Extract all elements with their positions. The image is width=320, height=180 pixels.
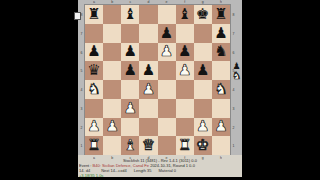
coord-label: 3 xyxy=(80,103,84,112)
square-b1[interactable] xyxy=(103,136,121,155)
square-c3[interactable]: ♟ xyxy=(121,99,139,118)
piece-white-pawn: ♟ xyxy=(214,119,227,134)
coord-label: h xyxy=(212,0,230,4)
square-c1[interactable]: ♝ xyxy=(121,136,139,155)
square-e5[interactable] xyxy=(158,61,176,80)
square-a1[interactable]: ♜ xyxy=(85,136,103,155)
coord-label: 8 xyxy=(232,10,236,19)
square-d3[interactable] xyxy=(139,99,157,118)
opening-name: B40: Sicilian Defence, Canal Fe xyxy=(93,163,149,168)
piece-black-pawn: ♟ xyxy=(142,63,155,78)
piece-white-rook: ♜ xyxy=(178,138,191,153)
piece-black-pawn: ♟ xyxy=(124,44,137,59)
length-value: 35 xyxy=(147,168,151,173)
square-b7[interactable] xyxy=(103,24,121,43)
square-g6[interactable] xyxy=(194,43,212,62)
piece-black-pawn: ♟ xyxy=(214,26,227,41)
square-b8[interactable] xyxy=(103,5,121,24)
square-c4[interactable] xyxy=(121,80,139,99)
event-details: 2024-10-31, Round 1 0-0 xyxy=(149,163,195,168)
piece-white-pawn: ♟ xyxy=(160,44,173,59)
square-f3[interactable] xyxy=(176,99,194,118)
square-f1[interactable]: ♜ xyxy=(176,136,194,155)
length-label: Length xyxy=(134,168,146,173)
square-g4[interactable] xyxy=(194,80,212,99)
square-g3[interactable] xyxy=(194,99,212,118)
move-line: 14. d4Next 14...cxd4Length 35Material 0 xyxy=(79,168,242,173)
coord-label: b xyxy=(103,0,121,4)
square-g7[interactable] xyxy=(194,24,212,43)
square-e6[interactable]: ♟ xyxy=(158,43,176,62)
square-g5[interactable]: ♟ xyxy=(194,61,212,80)
square-c7[interactable] xyxy=(121,24,139,43)
piece-black-queen: ♛ xyxy=(87,63,100,78)
piece-white-rook: ♜ xyxy=(87,138,100,153)
square-c5[interactable]: ♟ xyxy=(121,61,139,80)
info-panel: abcdefgh Stockfish 11 (3481) - Rev 1.4.1… xyxy=(78,155,242,177)
square-h4[interactable]: ♞ xyxy=(212,80,230,99)
piece-white-pawn: ♟ xyxy=(178,63,191,78)
square-f7[interactable] xyxy=(176,24,194,43)
piece-white-queen: ♛ xyxy=(142,138,155,153)
coord-label: 5 xyxy=(80,66,84,75)
piece-black-pawn: ♟ xyxy=(196,63,209,78)
piece-black-pawn: ♟ xyxy=(124,63,137,78)
square-f5[interactable]: ♟ xyxy=(176,61,194,80)
coord-label: 1 xyxy=(80,141,84,150)
piece-black-bishop: ♝ xyxy=(178,7,191,22)
event-line: Event : B40: Sicilian Defence, Canal Fe … xyxy=(79,163,242,168)
coord-label: f xyxy=(176,0,194,4)
next-label: Next xyxy=(101,168,109,173)
coord-label: g xyxy=(194,0,212,4)
square-h6[interactable]: ♞ xyxy=(212,43,230,62)
square-d5[interactable]: ♟ xyxy=(139,61,157,80)
square-d8[interactable] xyxy=(139,5,157,24)
coord-label: 1 xyxy=(232,141,236,150)
square-f4[interactable] xyxy=(176,80,194,99)
file-labels-top: abcdefgh xyxy=(85,0,230,4)
coord-label: 6 xyxy=(80,47,84,56)
piece-black-rook: ♜ xyxy=(87,7,100,22)
piece-white-pawn: ♟ xyxy=(124,101,137,116)
piece-white-bishop: ♝ xyxy=(124,138,137,153)
coord-label: 7 xyxy=(232,28,236,37)
piece-white-pawn: ♟ xyxy=(196,119,209,134)
square-b2[interactable]: ♟ xyxy=(103,118,121,137)
piece-black-pawn: ♟ xyxy=(178,44,191,59)
coord-label: 2 xyxy=(80,122,84,131)
captured-white-knight-icon: ♞ xyxy=(232,71,241,81)
square-e8[interactable] xyxy=(158,5,176,24)
square-a3[interactable] xyxy=(85,99,103,118)
coord-label: 3 xyxy=(232,103,236,112)
square-h2[interactable]: ♟ xyxy=(212,118,230,137)
piece-black-king: ♚ xyxy=(196,7,209,22)
square-e2[interactable] xyxy=(158,118,176,137)
square-d7[interactable] xyxy=(139,24,157,43)
square-b4[interactable] xyxy=(103,80,121,99)
coord-label: d xyxy=(139,0,157,4)
piece-white-pawn: ♟ xyxy=(105,119,118,134)
square-b6[interactable] xyxy=(103,43,121,62)
piece-black-pawn: ♟ xyxy=(160,26,173,41)
coord-label: 8 xyxy=(80,10,84,19)
square-e4[interactable] xyxy=(158,80,176,99)
piece-white-pawn: ♟ xyxy=(142,82,155,97)
coord-label: 6 xyxy=(232,47,236,56)
material-value: 0 xyxy=(174,168,176,173)
square-g8[interactable]: ♚ xyxy=(194,5,212,24)
coord-label: 4 xyxy=(80,85,84,94)
square-a7[interactable] xyxy=(85,24,103,43)
square-f2[interactable] xyxy=(176,118,194,137)
square-d2[interactable] xyxy=(139,118,157,137)
thumbnail-stage: abcdefgh ♜♝♝♚♜♟♟♟♟♟♟♞♛♟♟♟♟♞♟♞♟♟♟♟♟♜♝♛♜♚ … xyxy=(0,0,320,180)
next-move: 14...cxd4 xyxy=(110,168,126,173)
square-c2[interactable] xyxy=(121,118,139,137)
engine-eval-line: +3.18/35 1.0s xyxy=(79,173,242,177)
square-c6[interactable]: ♟ xyxy=(121,43,139,62)
square-a5[interactable]: ♛ xyxy=(85,61,103,80)
square-h3[interactable] xyxy=(212,99,230,118)
coord-label: e xyxy=(158,0,176,4)
square-a8[interactable]: ♜ xyxy=(85,5,103,24)
square-c8[interactable]: ♝ xyxy=(121,5,139,24)
square-e3[interactable] xyxy=(158,99,176,118)
piece-white-pawn: ♟ xyxy=(87,119,100,134)
square-a6[interactable]: ♟ xyxy=(85,43,103,62)
material-label: Material xyxy=(159,168,173,173)
piece-black-knight: ♞ xyxy=(214,44,227,59)
players-line: Stockfish 11 (3481) - Rev 1.4.1 (3011) 0… xyxy=(78,158,242,163)
square-d6[interactable] xyxy=(139,43,157,62)
square-f8[interactable]: ♝ xyxy=(176,5,194,24)
piece-white-king: ♚ xyxy=(196,138,209,153)
square-b5[interactable] xyxy=(103,61,121,80)
piece-white-knight: ♞ xyxy=(214,82,227,97)
move-number: 14. xyxy=(79,168,85,173)
chess-board[interactable]: ♜♝♝♚♜♟♟♟♟♟♟♞♛♟♟♟♟♞♟♞♟♟♟♟♟♜♝♛♜♚ xyxy=(85,5,230,155)
square-e1[interactable] xyxy=(158,136,176,155)
square-f6[interactable]: ♟ xyxy=(176,43,194,62)
square-a4[interactable]: ♞ xyxy=(85,80,103,99)
event-label: Event : xyxy=(79,163,93,168)
square-a2[interactable]: ♟ xyxy=(85,118,103,137)
material-tray: ♟ ♞ xyxy=(231,62,242,81)
square-g1[interactable]: ♚ xyxy=(194,136,212,155)
square-e7[interactable]: ♟ xyxy=(158,24,176,43)
square-h1[interactable] xyxy=(212,136,230,155)
square-h7[interactable]: ♟ xyxy=(212,24,230,43)
coord-label: a xyxy=(85,0,103,4)
piece-black-rook: ♜ xyxy=(214,7,227,22)
coord-label: 4 xyxy=(232,85,236,94)
coord-label: c xyxy=(121,0,139,4)
square-d1[interactable]: ♛ xyxy=(139,136,157,155)
rank-labels-left: 87654321 xyxy=(78,5,85,155)
piece-white-knight: ♞ xyxy=(87,82,100,97)
square-d4[interactable]: ♟ xyxy=(139,80,157,99)
square-h5[interactable] xyxy=(212,61,230,80)
last-move: d4 xyxy=(86,168,90,173)
coord-label: 2 xyxy=(232,122,236,131)
piece-black-bishop: ♝ xyxy=(124,7,137,22)
coord-label: 7 xyxy=(80,28,84,37)
piece-black-pawn: ♟ xyxy=(87,44,100,59)
square-g2[interactable]: ♟ xyxy=(194,118,212,137)
square-h8[interactable]: ♜ xyxy=(212,5,230,24)
square-b3[interactable] xyxy=(103,99,121,118)
